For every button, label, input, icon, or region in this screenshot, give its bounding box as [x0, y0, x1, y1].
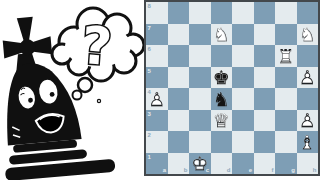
- square-h1: h: [297, 153, 319, 175]
- rank-label-3: 3: [148, 111, 151, 117]
- square-d8: [211, 2, 233, 24]
- file-label-a: a: [163, 167, 166, 173]
- square-h6: [297, 45, 319, 67]
- rank-label-2: 2: [148, 132, 151, 138]
- square-d2: [211, 131, 233, 153]
- file-label-g: g: [291, 167, 295, 173]
- square-a7: 7: [146, 24, 168, 46]
- square-e1: e: [232, 153, 254, 175]
- square-c5: [189, 67, 211, 89]
- piece-outline: ♖: [275, 45, 297, 67]
- piece-outline: ♔: [189, 153, 211, 175]
- square-c2: [189, 131, 211, 153]
- square-h5: ♟♙: [297, 67, 319, 89]
- square-c7: [189, 24, 211, 46]
- worried-black-king-cartoon: ?: [0, 0, 144, 180]
- square-f6: [254, 45, 276, 67]
- piece-white-knight-h7: ♞♘: [297, 24, 319, 46]
- square-e7: [232, 24, 254, 46]
- chess-board: 87♞♘♞♘6♜♖5♚♟♙4♟♙♞3♛♕♟♙2♝♗1abc♚♔defgh: [146, 2, 318, 174]
- square-c4: [189, 88, 211, 110]
- square-g8: [275, 2, 297, 24]
- square-h3: ♟♙: [297, 110, 319, 132]
- piece-white-knight-d7: ♞♘: [211, 24, 233, 46]
- board-frame: 87♞♘♞♘6♜♖5♚♟♙4♟♙♞3♛♕♟♙2♝♗1abc♚♔defgh: [144, 0, 320, 176]
- square-d3: ♛♕: [211, 110, 233, 132]
- piece-white-pawn-h3: ♟♙: [297, 110, 319, 132]
- square-d4: ♞: [211, 88, 233, 110]
- square-e4: [232, 88, 254, 110]
- square-a2: 2: [146, 131, 168, 153]
- piece-outline: ♙: [297, 110, 319, 132]
- file-label-b: b: [184, 167, 188, 173]
- square-c6: [189, 45, 211, 67]
- piece-outline: ♙: [146, 88, 168, 110]
- square-g7: [275, 24, 297, 46]
- square-d6: [211, 45, 233, 67]
- file-label-e: e: [249, 167, 252, 173]
- piece-white-queen-d3: ♛♕: [211, 110, 233, 132]
- square-h2: ♝♗: [297, 131, 319, 153]
- king-body: [1, 59, 82, 145]
- square-f5: [254, 67, 276, 89]
- piece-outline: ♗: [297, 131, 319, 153]
- piece-outline: ♕: [211, 110, 233, 132]
- square-a6: 6: [146, 45, 168, 67]
- square-a3: 3: [146, 110, 168, 132]
- square-f1: f: [254, 153, 276, 175]
- piece-black-knight-d4: ♞: [211, 88, 233, 110]
- file-label-d: d: [227, 167, 231, 173]
- square-f2: [254, 131, 276, 153]
- square-b5: [168, 67, 190, 89]
- square-d1: d: [211, 153, 233, 175]
- square-g5: [275, 67, 297, 89]
- piece-outline: ♘: [211, 24, 233, 46]
- square-b2: [168, 131, 190, 153]
- square-f3: [254, 110, 276, 132]
- square-b3: [168, 110, 190, 132]
- square-e8: [232, 2, 254, 24]
- square-a8: 8: [146, 2, 168, 24]
- square-b1: b: [168, 153, 190, 175]
- square-b8: [168, 2, 190, 24]
- square-f4: [254, 88, 276, 110]
- square-a1: 1a: [146, 153, 168, 175]
- square-g3: [275, 110, 297, 132]
- piece-white-pawn-a4: ♟♙: [146, 88, 168, 110]
- piece-outline: ♘: [297, 24, 319, 46]
- rank-label-7: 7: [148, 25, 151, 31]
- piece-white-rook-g6: ♜♖: [275, 45, 297, 67]
- square-b4: [168, 88, 190, 110]
- page-background: ?: [0, 0, 320, 180]
- square-e5: [232, 67, 254, 89]
- square-g6: ♜♖: [275, 45, 297, 67]
- piece-outline: ♙: [297, 67, 319, 89]
- square-c8: [189, 2, 211, 24]
- piece-glyph: ♞: [211, 88, 233, 110]
- rank-label-8: 8: [148, 3, 151, 9]
- square-b6: [168, 45, 190, 67]
- square-c1: c♚♔: [189, 153, 211, 175]
- square-g2: [275, 131, 297, 153]
- square-e3: [232, 110, 254, 132]
- piece-white-bishop-h2: ♝♗: [297, 131, 319, 153]
- piece-black-king-d5: ♚: [211, 67, 233, 89]
- square-b7: [168, 24, 190, 46]
- piece-white-pawn-h5: ♟♙: [297, 67, 319, 89]
- square-c3: [189, 110, 211, 132]
- square-f7: [254, 24, 276, 46]
- square-h4: [297, 88, 319, 110]
- square-g1: g: [275, 153, 297, 175]
- square-e2: [232, 131, 254, 153]
- square-g4: [275, 88, 297, 110]
- square-h8: [297, 2, 319, 24]
- rank-label-1: 1: [148, 154, 151, 160]
- square-e6: [232, 45, 254, 67]
- rank-label-5: 5: [148, 68, 151, 74]
- piece-glyph: ♚: [211, 67, 233, 89]
- square-d7: ♞♘: [211, 24, 233, 46]
- question-mark: ?: [80, 15, 114, 77]
- square-h7: ♞♘: [297, 24, 319, 46]
- square-a5: 5: [146, 67, 168, 89]
- file-label-h: h: [313, 167, 317, 173]
- square-a4: 4♟♙: [146, 88, 168, 110]
- square-f8: [254, 2, 276, 24]
- rank-label-6: 6: [148, 46, 151, 52]
- square-d5: ♚: [211, 67, 233, 89]
- file-label-f: f: [272, 167, 274, 173]
- piece-white-king-c1: ♚♔: [189, 153, 211, 175]
